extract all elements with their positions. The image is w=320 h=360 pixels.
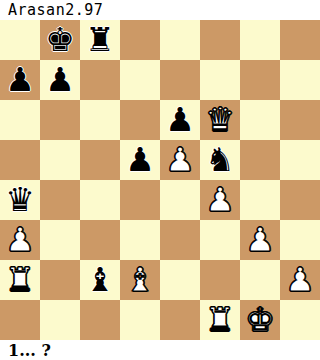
piece-black-knight[interactable]: ♞ <box>205 140 235 180</box>
square-e8[interactable] <box>160 20 200 60</box>
piece-white-rook[interactable]: ♜ <box>205 300 235 340</box>
square-h8[interactable] <box>280 20 320 60</box>
square-g7[interactable] <box>240 60 280 100</box>
piece-black-king[interactable]: ♚ <box>45 20 75 60</box>
square-b4[interactable] <box>40 180 80 220</box>
piece-white-pawn[interactable]: ♟ <box>285 260 315 300</box>
square-b3[interactable] <box>40 220 80 260</box>
piece-white-queen[interactable]: ♛ <box>205 100 235 140</box>
square-f4[interactable]: ♟ <box>200 180 240 220</box>
square-g6[interactable] <box>240 100 280 140</box>
square-b5[interactable] <box>40 140 80 180</box>
square-c3[interactable] <box>80 220 120 260</box>
square-e1[interactable] <box>160 300 200 340</box>
engine-window: Arasan2.97 ♚♜♟♟♟♛♟♟♞♛♟♟♟♜♝♝♟♜♚ 1... ? <box>0 0 320 360</box>
window-title: Arasan2.97 <box>0 0 320 20</box>
square-d2[interactable]: ♝ <box>120 260 160 300</box>
square-b6[interactable] <box>40 100 80 140</box>
square-g1[interactable]: ♚ <box>240 300 280 340</box>
square-f2[interactable] <box>200 260 240 300</box>
square-a6[interactable] <box>0 100 40 140</box>
square-h2[interactable]: ♟ <box>280 260 320 300</box>
square-a7[interactable]: ♟ <box>0 60 40 100</box>
square-e4[interactable] <box>160 180 200 220</box>
square-f1[interactable]: ♜ <box>200 300 240 340</box>
square-d6[interactable] <box>120 100 160 140</box>
square-g5[interactable] <box>240 140 280 180</box>
square-d3[interactable] <box>120 220 160 260</box>
square-c2[interactable]: ♝ <box>80 260 120 300</box>
piece-black-bishop[interactable]: ♝ <box>85 260 115 300</box>
square-c8[interactable]: ♜ <box>80 20 120 60</box>
piece-white-pawn[interactable]: ♟ <box>165 140 195 180</box>
square-f7[interactable] <box>200 60 240 100</box>
square-f6[interactable]: ♛ <box>200 100 240 140</box>
square-c4[interactable] <box>80 180 120 220</box>
square-d7[interactable] <box>120 60 160 100</box>
piece-black-pawn[interactable]: ♟ <box>45 60 75 100</box>
square-e7[interactable] <box>160 60 200 100</box>
square-e3[interactable] <box>160 220 200 260</box>
chess-board: ♚♜♟♟♟♛♟♟♞♛♟♟♟♜♝♝♟♜♚ <box>0 20 320 340</box>
piece-white-bishop[interactable]: ♝ <box>125 260 155 300</box>
piece-black-rook[interactable]: ♜ <box>85 20 115 60</box>
square-c7[interactable] <box>80 60 120 100</box>
square-b1[interactable] <box>40 300 80 340</box>
square-f5[interactable]: ♞ <box>200 140 240 180</box>
piece-white-pawn[interactable]: ♟ <box>205 180 235 220</box>
square-h5[interactable] <box>280 140 320 180</box>
square-g4[interactable] <box>240 180 280 220</box>
square-g3[interactable]: ♟ <box>240 220 280 260</box>
square-h7[interactable] <box>280 60 320 100</box>
piece-black-pawn[interactable]: ♟ <box>5 60 35 100</box>
piece-white-king[interactable]: ♚ <box>245 300 275 340</box>
square-h1[interactable] <box>280 300 320 340</box>
square-a4[interactable]: ♛ <box>0 180 40 220</box>
square-e6[interactable]: ♟ <box>160 100 200 140</box>
square-h6[interactable] <box>280 100 320 140</box>
square-a1[interactable] <box>0 300 40 340</box>
square-c6[interactable] <box>80 100 120 140</box>
square-a2[interactable]: ♜ <box>0 260 40 300</box>
square-b8[interactable]: ♚ <box>40 20 80 60</box>
square-a8[interactable] <box>0 20 40 60</box>
square-e5[interactable]: ♟ <box>160 140 200 180</box>
piece-white-pawn[interactable]: ♟ <box>245 220 275 260</box>
piece-white-rook[interactable]: ♜ <box>5 260 35 300</box>
piece-black-pawn[interactable]: ♟ <box>165 100 195 140</box>
square-g2[interactable] <box>240 260 280 300</box>
square-c1[interactable] <box>80 300 120 340</box>
square-h3[interactable] <box>280 220 320 260</box>
square-d8[interactable] <box>120 20 160 60</box>
move-prompt: 1... ? <box>0 340 320 360</box>
square-d4[interactable] <box>120 180 160 220</box>
square-d5[interactable]: ♟ <box>120 140 160 180</box>
square-h4[interactable] <box>280 180 320 220</box>
square-d1[interactable] <box>120 300 160 340</box>
square-a5[interactable] <box>0 140 40 180</box>
square-a3[interactable]: ♟ <box>0 220 40 260</box>
square-b7[interactable]: ♟ <box>40 60 80 100</box>
square-f8[interactable] <box>200 20 240 60</box>
piece-white-pawn[interactable]: ♟ <box>5 220 35 260</box>
square-g8[interactable] <box>240 20 280 60</box>
square-e2[interactable] <box>160 260 200 300</box>
square-b2[interactable] <box>40 260 80 300</box>
piece-black-queen[interactable]: ♛ <box>5 180 35 220</box>
square-f3[interactable] <box>200 220 240 260</box>
piece-black-pawn[interactable]: ♟ <box>125 140 155 180</box>
square-c5[interactable] <box>80 140 120 180</box>
